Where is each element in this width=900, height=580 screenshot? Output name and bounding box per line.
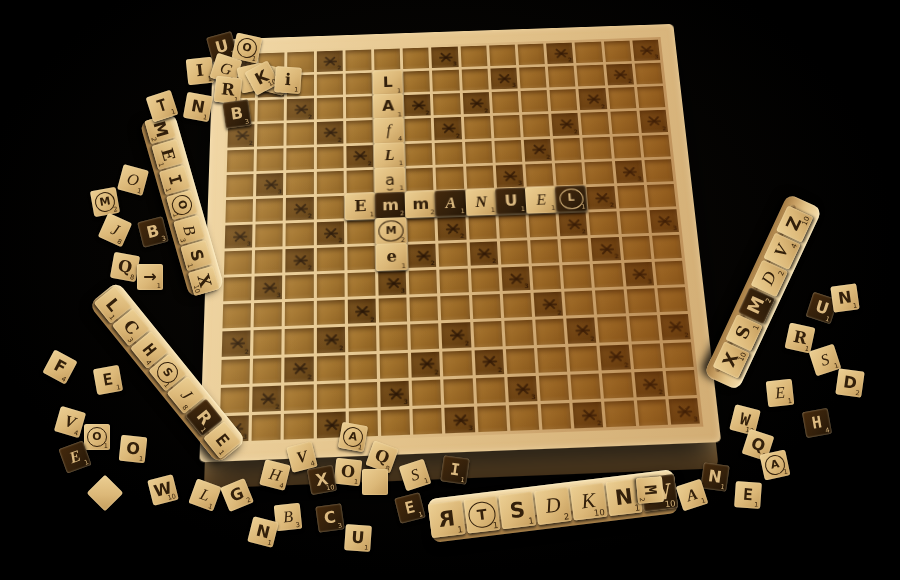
board-tile[interactable]: a1	[374, 167, 406, 194]
grid-cell[interactable]	[642, 134, 671, 157]
grid-cell[interactable]: 3	[668, 398, 699, 425]
grid-cell[interactable]	[412, 379, 442, 405]
scattered-tile[interactable]: E1	[766, 379, 795, 408]
grid-cell[interactable]	[379, 298, 408, 323]
tile-letter: N	[837, 289, 853, 307]
grid-cell[interactable]: 2	[434, 117, 461, 140]
grid-cell[interactable]	[460, 46, 487, 68]
grid-cell[interactable]: 2	[634, 371, 665, 397]
tile-value: 3	[338, 522, 343, 529]
tile-value: 1	[833, 362, 839, 369]
grid-cell[interactable]	[500, 240, 529, 264]
board-tile[interactable]: L1	[555, 185, 588, 212]
grid-cell[interactable]	[489, 45, 516, 67]
grid-cell[interactable]	[257, 124, 284, 147]
grid-cell[interactable]	[593, 263, 623, 288]
grid-cell[interactable]	[255, 249, 283, 273]
rack-tile[interactable]: D2	[534, 487, 572, 525]
grid-cell[interactable]	[595, 290, 625, 315]
grid-cell[interactable]	[519, 67, 547, 89]
premium-mark: 2	[596, 241, 616, 257]
grid-cell[interactable]	[492, 91, 520, 113]
scattered-tile[interactable]: O1	[334, 458, 363, 487]
grid-cell[interactable]	[631, 343, 662, 369]
grid-cell[interactable]: 3	[490, 68, 517, 90]
grid-cell[interactable]: E1	[527, 188, 556, 212]
grid-cell[interactable]	[509, 404, 539, 431]
grid-cell[interactable]	[405, 143, 432, 166]
board-tile[interactable]: E1	[345, 193, 377, 221]
grid-cell[interactable]	[647, 184, 676, 207]
grid-cell[interactable]: 3	[615, 160, 644, 183]
grid-cell[interactable]	[548, 66, 576, 88]
grid-cell[interactable]	[605, 400, 636, 427]
grid-cell[interactable]	[403, 71, 430, 93]
grid-cell[interactable]	[617, 185, 646, 208]
scattered-tile[interactable]: N1	[700, 462, 729, 491]
grid-cell[interactable]	[644, 159, 673, 182]
grid-cell[interactable]: 2	[404, 94, 431, 116]
board-tile[interactable]: E1	[525, 186, 558, 213]
scattered-tile[interactable]: O1	[84, 424, 110, 450]
grid-cell[interactable]	[602, 372, 633, 398]
grid-cell[interactable]	[537, 347, 567, 373]
tile-value: 10	[326, 484, 335, 492]
grid-cell[interactable]: 2	[567, 318, 597, 343]
grid-cell[interactable]: 3	[432, 47, 459, 69]
grid-cell[interactable]	[598, 317, 628, 342]
grid-cell[interactable]: 2	[660, 314, 691, 339]
board-tile[interactable]: m2	[405, 190, 437, 217]
scattered-tile[interactable]: X10	[307, 465, 337, 495]
scattered-tile[interactable]: M2	[90, 187, 120, 217]
grid-cell[interactable]: 2	[316, 51, 342, 73]
grid-cell[interactable]	[522, 114, 550, 136]
grid-cell[interactable]: 3	[624, 262, 654, 287]
grid-cell[interactable]	[494, 140, 522, 163]
grid-cell[interactable]: 2	[348, 299, 376, 324]
grid-cell[interactable]: 2	[587, 186, 616, 210]
grid-cell[interactable]: A1	[437, 191, 465, 215]
grid-cell[interactable]	[317, 300, 345, 325]
grid-cell[interactable]	[521, 90, 549, 112]
grid-cell[interactable]	[652, 235, 682, 259]
grid-cell[interactable]: 3	[507, 376, 537, 402]
premium-mark: 2	[232, 128, 250, 143]
grid-cell[interactable]: 2	[316, 221, 344, 245]
grid-cell[interactable]	[317, 383, 346, 409]
tile-letter: E	[102, 371, 114, 389]
grid-cell[interactable]	[316, 247, 344, 271]
tile-letter: C	[323, 509, 337, 527]
grid-cell[interactable]	[539, 374, 569, 400]
grid-cell[interactable]	[410, 324, 439, 350]
grid-cell[interactable]: 2m2	[407, 192, 435, 216]
grid-cell[interactable]: 2	[285, 356, 314, 382]
scattered-tile[interactable]: C3	[315, 503, 344, 532]
grid-cell[interactable]: L1	[557, 187, 586, 211]
grid-cell[interactable]	[663, 342, 694, 368]
grid-cell[interactable]	[223, 277, 251, 302]
grid-cell[interactable]	[258, 99, 285, 121]
grid-cell[interactable]	[285, 328, 313, 354]
grid-cell[interactable]	[464, 116, 492, 139]
grid-cell[interactable]: L1	[376, 144, 403, 167]
grid-cell[interactable]: 2	[573, 402, 604, 429]
board-tile[interactable]: L1	[374, 142, 405, 169]
grid-cell[interactable]	[477, 405, 507, 432]
scattered-tile[interactable]: N1	[183, 92, 213, 122]
grid-cell[interactable]	[637, 86, 665, 108]
scattered-tile[interactable]: O1	[117, 164, 149, 196]
scattered-tile[interactable]: I1	[440, 455, 469, 484]
grid-cell[interactable]	[225, 199, 253, 223]
scattered-tile[interactable]: B3	[137, 216, 169, 248]
grid-cell[interactable]: 2	[408, 244, 436, 268]
scattered-tile[interactable]: i1	[274, 66, 302, 94]
scattered-tile[interactable]: D2	[835, 368, 864, 397]
scattered-tile[interactable]: M2	[636, 476, 664, 504]
grid-cell[interactable]	[612, 135, 641, 158]
grid-cell[interactable]	[409, 270, 438, 295]
grid-cell[interactable]	[407, 218, 435, 242]
scattered-tile[interactable]: Q8	[110, 252, 140, 282]
grid-cell[interactable]	[316, 146, 343, 169]
grid-cell[interactable]	[347, 272, 375, 297]
grid-cell[interactable]	[466, 165, 494, 188]
grid-cell[interactable]	[227, 149, 254, 172]
grid-cell[interactable]	[636, 399, 667, 426]
premium-multiplier: 3	[693, 415, 698, 423]
grid-cell[interactable]	[432, 70, 459, 92]
grid-cell[interactable]	[287, 147, 314, 170]
grid-cell[interactable]	[504, 320, 534, 345]
grid-cell[interactable]	[410, 297, 439, 322]
grid-cell[interactable]: 3	[649, 209, 679, 233]
grid-cell[interactable]: 3	[632, 40, 660, 61]
grid-cell[interactable]	[622, 236, 652, 260]
grid-cell[interactable]	[529, 213, 558, 237]
grid-cell[interactable]	[347, 246, 375, 270]
grid-cell[interactable]	[465, 141, 493, 164]
tile-value: 8	[180, 404, 188, 412]
scattered-tile[interactable]: B3	[222, 99, 251, 128]
grid-cell[interactable]	[541, 403, 572, 430]
grid-cell[interactable]	[253, 357, 282, 383]
grid-cell[interactable]: 2	[252, 385, 281, 411]
board-tile[interactable]: e1	[376, 243, 408, 271]
tile-value: 2	[113, 206, 118, 213]
scattered-tile[interactable]: A1	[760, 450, 791, 481]
grid-cell[interactable]: 3	[445, 407, 475, 434]
grid-cell[interactable]: 2	[411, 351, 440, 377]
grid-cell[interactable]	[252, 414, 281, 441]
grid-cell[interactable]: 3	[496, 164, 524, 187]
grid-cell[interactable]	[346, 120, 373, 143]
grid-cell[interactable]: 2	[286, 197, 313, 221]
grid-cell[interactable]	[348, 326, 377, 352]
grid-cell[interactable]	[316, 171, 343, 194]
grid-cell[interactable]	[506, 348, 536, 374]
scattered-tile[interactable]: H4	[802, 408, 832, 438]
grid-cell[interactable]: 2	[579, 88, 607, 110]
grid-cell[interactable]	[498, 215, 527, 239]
scattered-tile[interactable]: →1	[137, 264, 163, 290]
scattered-tile[interactable]: N1	[247, 516, 279, 548]
grid-cell[interactable]	[635, 63, 663, 85]
grid-cell[interactable]: 2	[524, 138, 552, 161]
board-tile[interactable]: A1	[435, 189, 467, 216]
grid-cell[interactable]	[619, 210, 648, 234]
grid-cell[interactable]: 3a1	[376, 168, 403, 191]
grid-cell[interactable]: 2	[222, 331, 251, 357]
grid-cell[interactable]	[224, 250, 252, 274]
grid-cell[interactable]	[666, 370, 697, 396]
grid-cell[interactable]	[532, 265, 561, 290]
grid-cell[interactable]	[379, 325, 408, 351]
grid-cell[interactable]	[655, 261, 685, 286]
tile-letter: U	[504, 193, 518, 209]
grid-cell[interactable]: 2	[474, 349, 504, 375]
premium-mark: 2	[563, 216, 583, 232]
grid-cell[interactable]: 2	[546, 43, 573, 64]
grid-cell[interactable]: m2	[377, 193, 405, 217]
grid-cell[interactable]	[253, 330, 282, 356]
grid-cell[interactable]	[316, 196, 343, 220]
grid-cell[interactable]	[316, 97, 343, 119]
grid-cell[interactable]	[565, 291, 595, 316]
tile-letter: D	[544, 495, 562, 518]
grid-cell[interactable]	[348, 382, 377, 408]
grid-cell[interactable]	[503, 293, 532, 318]
scattered-tile[interactable]: S1	[809, 344, 842, 377]
grid-cell[interactable]	[604, 41, 632, 62]
grid-cell[interactable]: 2N1	[467, 190, 495, 214]
grid-cell[interactable]	[436, 166, 464, 189]
grid-cell[interactable]: 3	[380, 381, 409, 407]
grid-cell[interactable]	[286, 172, 313, 195]
grid-cell[interactable]	[657, 287, 687, 312]
grid-cell[interactable]	[254, 302, 282, 327]
grid-cell[interactable]	[461, 69, 488, 91]
grid-cell[interactable]	[440, 269, 469, 294]
grid-cell[interactable]	[222, 304, 251, 329]
grid-cell[interactable]	[220, 387, 249, 414]
grid-cell[interactable]	[255, 223, 283, 247]
scattered-tile[interactable]: F4	[42, 349, 77, 384]
grid-cell[interactable]	[553, 137, 581, 160]
grid-cell[interactable]: 3	[378, 271, 406, 296]
grid-cell[interactable]	[346, 96, 373, 118]
grid-cell[interactable]: 2	[286, 248, 314, 272]
grid-cell[interactable]: 2	[462, 92, 489, 114]
grid-cell[interactable]: 3	[501, 267, 530, 292]
grid-cell[interactable]	[475, 377, 505, 403]
grid-cell[interactable]: 2	[469, 242, 498, 266]
blank-tile[interactable]	[87, 475, 124, 512]
board-tile[interactable]: f4	[373, 118, 404, 144]
premium-multiplier: 2	[275, 402, 280, 410]
rack-tile[interactable]: K10	[570, 483, 608, 521]
grid-cell[interactable]	[435, 142, 463, 165]
scattered-tile[interactable]: O1	[119, 435, 148, 464]
grid-cell[interactable]: 3	[256, 173, 283, 196]
grid-cell[interactable]	[561, 238, 590, 262]
grid-cell[interactable]	[433, 93, 460, 115]
grid-cell[interactable]	[629, 316, 659, 341]
premium-mark: 2	[257, 390, 277, 408]
scattered-tile[interactable]: I1	[186, 57, 215, 86]
grid-cell[interactable]	[535, 319, 565, 344]
grid-cell[interactable]	[525, 163, 553, 186]
grid-cell[interactable]	[285, 301, 313, 326]
grid-cell[interactable]	[444, 378, 474, 404]
scattered-tile[interactable]: N1	[830, 283, 859, 312]
grid-cell[interactable]	[550, 89, 578, 111]
rack-tile[interactable]: S1	[499, 491, 537, 529]
grid-cell[interactable]: E1	[347, 195, 375, 219]
grid-cell[interactable]	[571, 373, 602, 399]
board-tile[interactable]: m2	[375, 192, 407, 220]
scattered-tile[interactable]: E1	[93, 365, 123, 395]
board-tile[interactable]: A1	[373, 94, 404, 120]
tile-value: 10	[193, 284, 202, 294]
grid-cell[interactable]	[345, 50, 371, 72]
grid-cell[interactable]	[583, 136, 612, 159]
grid-cell[interactable]: 2	[559, 212, 588, 236]
grid-cell[interactable]: 2	[287, 98, 314, 120]
grid-cell[interactable]	[472, 294, 501, 319]
grid-cell[interactable]	[530, 239, 559, 263]
tile-value: 1	[157, 283, 161, 290]
grid-cell[interactable]	[403, 48, 430, 70]
grid-cell[interactable]: 3L1	[374, 72, 401, 94]
premium-multiplier: 2	[460, 232, 465, 239]
grid-cell[interactable]	[575, 42, 603, 63]
board-tile[interactable]: U1	[495, 187, 528, 214]
grid-cell[interactable]	[563, 264, 593, 289]
rack-tile[interactable]: R1	[428, 500, 466, 538]
grid-cell[interactable]	[317, 273, 345, 298]
grid-cell[interactable]	[413, 408, 443, 435]
grid-cell[interactable]: M2	[377, 219, 405, 243]
scattered-tile[interactable]: E1	[394, 492, 426, 524]
grid-cell[interactable]: 2	[227, 125, 254, 148]
premium-multiplier: 2	[456, 132, 460, 138]
grid-cell[interactable]	[406, 167, 434, 190]
grid-cell[interactable]	[468, 216, 496, 240]
grid-cell[interactable]	[577, 65, 605, 87]
grid-cell[interactable]	[284, 384, 313, 410]
grid-cell[interactable]: 2	[442, 323, 471, 349]
grid-cell[interactable]	[317, 355, 346, 381]
grid-cell[interactable]	[221, 358, 250, 384]
scattered-tile[interactable]: J8	[98, 213, 132, 247]
scattered-tile[interactable]: R1	[785, 323, 816, 354]
grid-cell[interactable]	[287, 122, 314, 145]
grid-cell[interactable]	[439, 243, 468, 267]
tile-letter: B	[230, 105, 244, 123]
grid-cell[interactable]: U1	[497, 189, 525, 213]
board-tile[interactable]: N1	[465, 188, 497, 215]
grid-cell[interactable]	[226, 174, 254, 197]
grid-cell[interactable]	[518, 44, 545, 66]
grid-cell[interactable]: A1	[375, 95, 402, 117]
grid-cell[interactable]	[470, 268, 499, 293]
board-tile[interactable]: M2	[375, 217, 407, 245]
grid-cell[interactable]	[380, 352, 409, 378]
tile-letter: U	[351, 530, 365, 547]
board-tile[interactable]: L1	[373, 70, 404, 96]
premium-multiplier: 3	[637, 175, 642, 182]
grid-cell[interactable]	[374, 49, 400, 71]
grid-cell[interactable]	[256, 198, 284, 222]
grid-cell[interactable]	[257, 148, 284, 171]
grid-cell[interactable]: 2	[534, 292, 564, 317]
grid-cell[interactable]: 3	[225, 224, 253, 248]
grid-cell[interactable]	[493, 115, 521, 138]
grid-cell[interactable]	[346, 169, 373, 192]
grid-cell[interactable]	[316, 74, 342, 96]
grid-cell[interactable]	[608, 87, 636, 109]
grid-cell[interactable]: e1	[378, 245, 406, 269]
grid-cell[interactable]: 3	[254, 276, 282, 301]
grid-cell[interactable]	[610, 111, 639, 133]
grid-cell[interactable]	[348, 354, 377, 380]
grid-cell[interactable]	[347, 220, 375, 244]
grid-cell[interactable]	[286, 222, 314, 246]
grid-cell[interactable]: 2	[316, 121, 343, 144]
grid-cell[interactable]	[345, 73, 371, 95]
grid-cell[interactable]	[589, 211, 618, 235]
grid-cell[interactable]: 2	[317, 327, 345, 353]
grid-cell[interactable]: 2	[600, 344, 631, 370]
premium-mark: 3	[383, 275, 402, 292]
grid-cell[interactable]	[473, 321, 502, 347]
blank-tile[interactable]	[362, 469, 388, 495]
grid-cell[interactable]	[569, 345, 599, 371]
grid-cell[interactable]: 2	[606, 64, 634, 86]
scattered-tile[interactable]: B3	[274, 503, 303, 532]
scattered-tile[interactable]: E1	[734, 481, 762, 509]
rack-tile[interactable]: T1	[463, 496, 501, 534]
grid-cell[interactable]	[405, 118, 432, 141]
grid-cell[interactable]	[555, 162, 584, 185]
grid-cell[interactable]	[585, 161, 614, 184]
premium-mark: 2	[528, 142, 547, 158]
grid-cell[interactable]: 2	[551, 113, 579, 135]
tile-value: 2	[855, 389, 860, 396]
scattered-tile[interactable]: W10	[147, 474, 179, 506]
scattered-tile[interactable]: U1	[344, 524, 372, 552]
grid-cell[interactable]	[285, 275, 313, 300]
grid-cell[interactable]	[284, 413, 313, 440]
grid-cell[interactable]: 2	[438, 217, 466, 241]
grid-cell[interactable]: 2	[639, 110, 668, 132]
grid-cell[interactable]	[626, 289, 656, 314]
grid-cell[interactable]: f4	[375, 119, 402, 142]
grid-cell[interactable]	[441, 296, 470, 321]
grid-cell[interactable]	[381, 409, 411, 436]
scattered-tile[interactable]: A1	[338, 422, 368, 452]
grid-cell[interactable]: 2	[346, 145, 373, 168]
premium-multiplier: 3	[512, 82, 516, 88]
grid-cell[interactable]	[443, 350, 472, 376]
grid-cell[interactable]	[581, 112, 609, 134]
scattered-tile[interactable]: V4	[54, 406, 86, 438]
grid-cell[interactable]: 2	[591, 237, 621, 261]
tile-value: 1	[354, 478, 359, 485]
